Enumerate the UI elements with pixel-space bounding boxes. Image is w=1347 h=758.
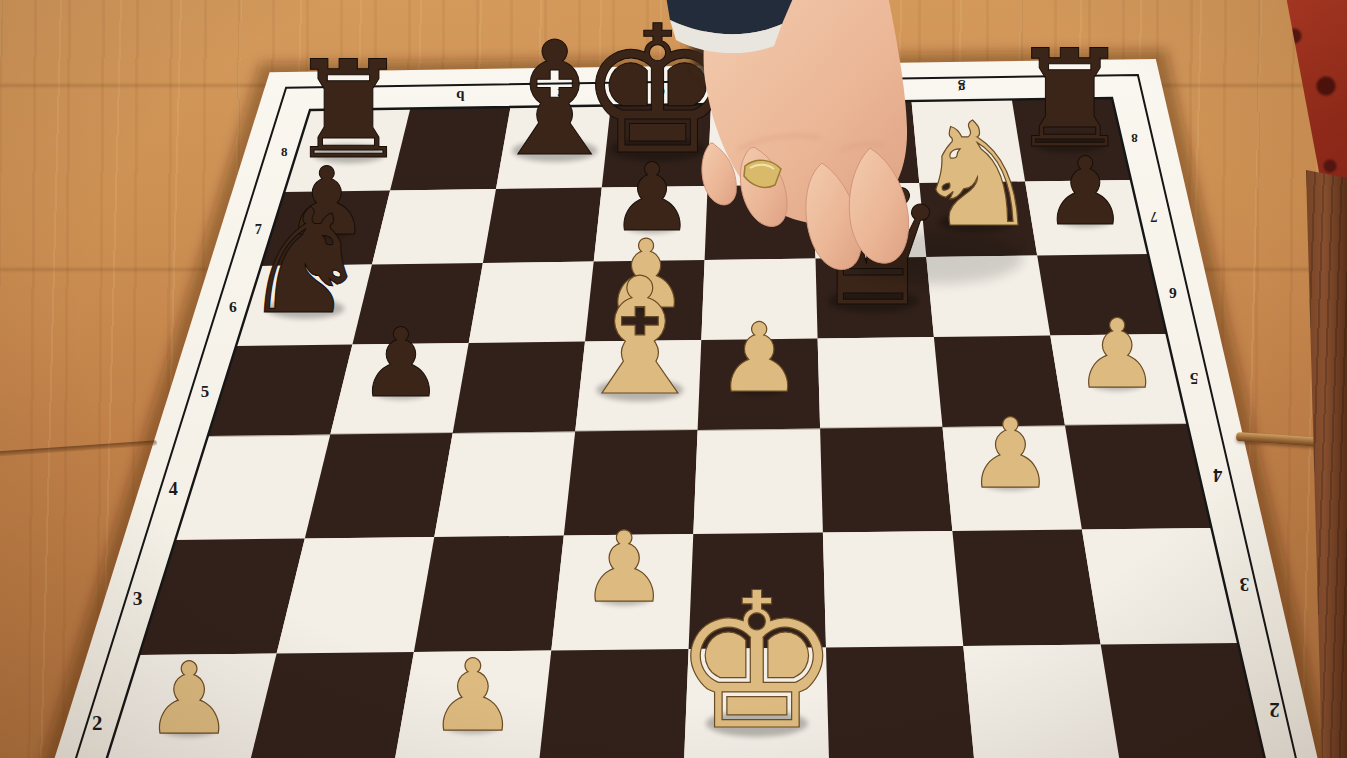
square-f4 (820, 427, 952, 533)
square-f2 (826, 646, 976, 758)
square-d2 (537, 649, 689, 758)
square-b7 (372, 189, 496, 265)
piece-white-pawn-g4: ♟ (967, 398, 1053, 510)
chess-board: 88776655443322abcdefgh♜♝♚♜♟♟♞♟♞♟♛♟♝♟♟♟♟♟… (0, 0, 1347, 758)
square-c3 (414, 536, 564, 653)
rank-label-left-4: 4 (169, 479, 178, 499)
square-h4 (1065, 424, 1212, 530)
square-f3 (823, 531, 963, 648)
square-b4 (305, 433, 453, 539)
piece-white-pawn-c2: ♟ (429, 638, 518, 753)
piece-white-pawn-d3: ♟ (581, 510, 668, 624)
rank-label-right-4: 4 (1213, 465, 1222, 485)
square-e4 (693, 429, 823, 535)
photo-stage: 88776655443322abcdefgh♜♝♚♜♟♟♞♟♞♟♛♟♝♟♟♟♟♟… (0, 0, 1347, 758)
piece-black-pawn-b5: ♟ (358, 308, 443, 418)
rank-label-left-6: 6 (229, 298, 237, 315)
piece-white-king-e2: ♚ (672, 552, 841, 758)
rank-label-right-2: 2 (1269, 699, 1279, 722)
square-c4 (434, 432, 575, 538)
rank-label-right-3: 3 (1239, 574, 1249, 595)
rank-label-right-7: 7 (1150, 209, 1157, 225)
piece-white-bishop-d5: ♝ (567, 243, 712, 431)
rank-label-left-2: 2 (92, 711, 102, 734)
rank-label-left-5: 5 (201, 382, 209, 401)
rank-label-right-5: 5 (1190, 369, 1198, 388)
piece-white-pawn-h5: ♟ (1075, 299, 1160, 409)
rank-label-right-6: 6 (1169, 285, 1177, 302)
square-c5 (453, 342, 585, 434)
square-f5 (818, 337, 943, 429)
piece-black-pawn-h7: ♟ (1043, 137, 1127, 246)
piece-black-knight-a6: ♞ (240, 178, 370, 346)
piece-white-pawn-a2: ♟ (145, 641, 234, 756)
square-g2 (963, 645, 1122, 758)
rank-label-right-8: 8 (1131, 131, 1138, 146)
file-label-top-b: b (456, 88, 464, 104)
piece-white-pawn-e5: ♟ (716, 303, 801, 413)
square-g3 (952, 530, 1100, 647)
rank-label-left-3: 3 (133, 588, 143, 609)
